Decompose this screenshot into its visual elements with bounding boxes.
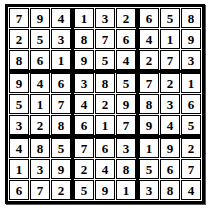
cell-r9c6[interactable]: 1 xyxy=(116,180,136,200)
cell-r8c8[interactable]: 6 xyxy=(160,159,180,179)
cell-r1c9[interactable]: 8 xyxy=(181,8,201,28)
cell-r4c6[interactable]: 5 xyxy=(116,73,136,93)
cell-r3c1[interactable]: 8 xyxy=(9,50,29,70)
cell-r2c1[interactable]: 2 xyxy=(9,29,29,49)
cell-r7c6[interactable]: 3 xyxy=(116,138,136,158)
cell-r9c9[interactable]: 4 xyxy=(181,180,201,200)
cell-r1c4[interactable]: 1 xyxy=(74,8,94,28)
cell-r1c2[interactable]: 9 xyxy=(30,8,50,28)
cell-r9c3[interactable]: 2 xyxy=(51,180,71,200)
cell-r8c6[interactable]: 8 xyxy=(116,159,136,179)
cell-r7c7[interactable]: 1 xyxy=(139,138,159,158)
cell-r7c3[interactable]: 5 xyxy=(51,138,71,158)
cell-r6c7[interactable]: 9 xyxy=(139,115,159,135)
cell-r7c9[interactable]: 2 xyxy=(181,138,201,158)
cell-r3c6[interactable]: 4 xyxy=(116,50,136,70)
cell-r2c7[interactable]: 4 xyxy=(139,29,159,49)
cell-r2c8[interactable]: 1 xyxy=(160,29,180,49)
cell-r6c3[interactable]: 8 xyxy=(51,115,71,135)
cell-r7c8[interactable]: 9 xyxy=(160,138,180,158)
cell-r6c4[interactable]: 6 xyxy=(74,115,94,135)
cell-r5c6[interactable]: 9 xyxy=(116,94,136,114)
cell-r5c3[interactable]: 7 xyxy=(51,94,71,114)
cell-r5c8[interactable]: 3 xyxy=(160,94,180,114)
cell-r9c1[interactable]: 6 xyxy=(9,180,29,200)
cell-r2c5[interactable]: 7 xyxy=(95,29,115,49)
cell-r2c6[interactable]: 6 xyxy=(116,29,136,49)
cell-r8c2[interactable]: 3 xyxy=(30,159,50,179)
cell-r7c5[interactable]: 6 xyxy=(95,138,115,158)
cell-r1c1[interactable]: 7 xyxy=(9,8,29,28)
cell-r8c5[interactable]: 4 xyxy=(95,159,115,179)
cell-r9c4[interactable]: 5 xyxy=(74,180,94,200)
block-1-2: 132876954 xyxy=(74,8,136,70)
block-2-2: 385429617 xyxy=(74,73,136,135)
cell-r3c4[interactable]: 9 xyxy=(74,50,94,70)
cell-r3c3[interactable]: 1 xyxy=(51,50,71,70)
cell-r2c3[interactable]: 3 xyxy=(51,29,71,49)
cell-r5c9[interactable]: 6 xyxy=(181,94,201,114)
cell-r8c9[interactable]: 7 xyxy=(181,159,201,179)
cell-r4c4[interactable]: 3 xyxy=(74,73,94,93)
cell-r6c5[interactable]: 1 xyxy=(95,115,115,135)
cell-r6c8[interactable]: 4 xyxy=(160,115,180,135)
cell-r9c7[interactable]: 3 xyxy=(139,180,159,200)
cell-r3c7[interactable]: 2 xyxy=(139,50,159,70)
cell-r1c6[interactable]: 2 xyxy=(116,8,136,28)
cell-r3c9[interactable]: 3 xyxy=(181,50,201,70)
cell-r4c2[interactable]: 4 xyxy=(30,73,50,93)
cell-r2c4[interactable]: 8 xyxy=(74,29,94,49)
cell-r5c7[interactable]: 8 xyxy=(139,94,159,114)
page: 7942538611328769546584192739465173283854… xyxy=(0,0,210,208)
sudoku-board: 7942538611328769546584192739465173283854… xyxy=(5,4,205,204)
block-3-2: 763248591 xyxy=(74,138,136,200)
cell-r5c1[interactable]: 5 xyxy=(9,94,29,114)
cell-r4c7[interactable]: 7 xyxy=(139,73,159,93)
cell-r4c3[interactable]: 6 xyxy=(51,73,71,93)
cell-r1c3[interactable]: 4 xyxy=(51,8,71,28)
block-1-1: 794253861 xyxy=(9,8,71,70)
cell-r9c2[interactable]: 7 xyxy=(30,180,50,200)
block-2-3: 721836945 xyxy=(139,73,201,135)
cell-r8c7[interactable]: 5 xyxy=(139,159,159,179)
cell-r6c1[interactable]: 3 xyxy=(9,115,29,135)
block-3-1: 485139672 xyxy=(9,138,71,200)
cell-r1c5[interactable]: 3 xyxy=(95,8,115,28)
cell-r7c2[interactable]: 8 xyxy=(30,138,50,158)
block-2-1: 946517328 xyxy=(9,73,71,135)
cell-r3c8[interactable]: 7 xyxy=(160,50,180,70)
cell-r8c1[interactable]: 1 xyxy=(9,159,29,179)
cell-r9c5[interactable]: 9 xyxy=(95,180,115,200)
cell-r9c8[interactable]: 8 xyxy=(160,180,180,200)
sudoku-board-inner: 7942538611328769546584192739465173283854… xyxy=(9,8,201,200)
cell-r3c2[interactable]: 6 xyxy=(30,50,50,70)
block-1-3: 658419273 xyxy=(139,8,201,70)
cell-r4c8[interactable]: 2 xyxy=(160,73,180,93)
cell-r2c9[interactable]: 9 xyxy=(181,29,201,49)
cell-r6c2[interactable]: 2 xyxy=(30,115,50,135)
cell-r1c8[interactable]: 5 xyxy=(160,8,180,28)
cell-r7c4[interactable]: 7 xyxy=(74,138,94,158)
cell-r5c2[interactable]: 1 xyxy=(30,94,50,114)
cell-r3c5[interactable]: 5 xyxy=(95,50,115,70)
cell-r7c1[interactable]: 4 xyxy=(9,138,29,158)
cell-r5c5[interactable]: 2 xyxy=(95,94,115,114)
cell-r5c4[interactable]: 4 xyxy=(74,94,94,114)
cell-r6c9[interactable]: 5 xyxy=(181,115,201,135)
cell-r2c2[interactable]: 5 xyxy=(30,29,50,49)
block-3-3: 192567384 xyxy=(139,138,201,200)
cell-r8c3[interactable]: 9 xyxy=(51,159,71,179)
cell-r4c9[interactable]: 1 xyxy=(181,73,201,93)
cell-r4c1[interactable]: 9 xyxy=(9,73,29,93)
cell-r6c6[interactable]: 7 xyxy=(116,115,136,135)
cell-r8c4[interactable]: 2 xyxy=(74,159,94,179)
cell-r1c7[interactable]: 6 xyxy=(139,8,159,28)
cell-r4c5[interactable]: 8 xyxy=(95,73,115,93)
